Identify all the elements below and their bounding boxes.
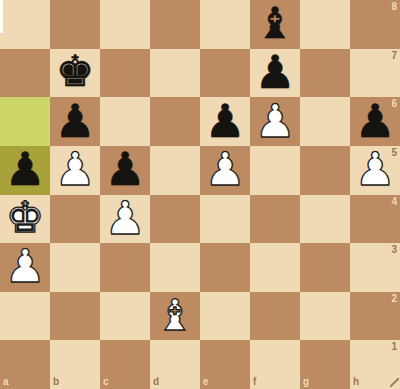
square-h4[interactable]: 4 <box>350 195 400 244</box>
square-f1[interactable]: f <box>250 340 300 389</box>
board-resize-handle-icon[interactable] <box>390 378 399 387</box>
square-a2[interactable] <box>0 292 50 341</box>
file-label-b: b <box>53 377 59 387</box>
square-a8[interactable] <box>0 0 50 49</box>
square-d3[interactable] <box>150 243 200 292</box>
rank-label-7: 7 <box>391 51 397 61</box>
square-g7[interactable] <box>300 49 350 98</box>
square-d2[interactable]: ♝ <box>150 292 200 341</box>
square-e8[interactable] <box>200 0 250 49</box>
square-d5[interactable] <box>150 146 200 195</box>
piece-white-pawn[interactable]: ♟ <box>204 146 245 192</box>
square-f2[interactable] <box>250 292 300 341</box>
piece-black-pawn[interactable]: ♟ <box>54 98 95 144</box>
square-a7[interactable] <box>0 49 50 98</box>
square-e1[interactable]: e <box>200 340 250 389</box>
square-f4[interactable] <box>250 195 300 244</box>
piece-white-pawn[interactable]: ♟ <box>4 243 45 289</box>
piece-black-pawn[interactable]: ♟ <box>4 146 45 192</box>
square-g3[interactable] <box>300 243 350 292</box>
square-c2[interactable] <box>100 292 150 341</box>
square-c8[interactable] <box>100 0 150 49</box>
chess-board: ♝8♚♟7♟♟♟6♟♟♟♟♟5♟♚♟4♟3♝2abcdefg1h <box>0 0 400 389</box>
piece-white-pawn[interactable]: ♟ <box>254 98 295 144</box>
square-e7[interactable] <box>200 49 250 98</box>
square-b6[interactable]: ♟ <box>50 97 100 146</box>
file-label-e: e <box>203 377 209 387</box>
file-label-f: f <box>253 377 256 387</box>
square-c6[interactable] <box>100 97 150 146</box>
piece-black-bishop[interactable]: ♝ <box>256 2 295 45</box>
piece-white-pawn[interactable]: ♟ <box>104 195 145 241</box>
square-d7[interactable] <box>150 49 200 98</box>
square-f7[interactable]: ♟ <box>250 49 300 98</box>
square-d4[interactable] <box>150 195 200 244</box>
file-label-a: a <box>3 377 9 387</box>
square-g2[interactable] <box>300 292 350 341</box>
square-a1[interactable]: a <box>0 340 50 389</box>
screen-left-edge-artifact <box>0 0 3 33</box>
rank-label-1: 1 <box>391 342 397 352</box>
piece-black-pawn[interactable]: ♟ <box>354 98 395 144</box>
square-a4[interactable]: ♚ <box>0 195 50 244</box>
square-d1[interactable]: d <box>150 340 200 389</box>
piece-black-king[interactable]: ♚ <box>56 50 95 93</box>
square-a3[interactable]: ♟ <box>0 243 50 292</box>
piece-black-pawn[interactable]: ♟ <box>204 98 245 144</box>
square-f6[interactable]: ♟ <box>250 97 300 146</box>
square-b7[interactable]: ♚ <box>50 49 100 98</box>
file-label-g: g <box>303 377 309 387</box>
file-label-h: h <box>353 377 359 387</box>
piece-white-pawn[interactable]: ♟ <box>54 146 95 192</box>
square-a5[interactable]: ♟ <box>0 146 50 195</box>
file-label-c: c <box>103 377 109 387</box>
square-g8[interactable] <box>300 0 350 49</box>
square-b8[interactable] <box>50 0 100 49</box>
square-e2[interactable] <box>200 292 250 341</box>
square-e4[interactable] <box>200 195 250 244</box>
piece-white-king[interactable]: ♚ <box>6 196 45 239</box>
square-h6[interactable]: 6♟ <box>350 97 400 146</box>
square-b4[interactable] <box>50 195 100 244</box>
square-c7[interactable] <box>100 49 150 98</box>
square-d6[interactable] <box>150 97 200 146</box>
square-f8[interactable]: ♝ <box>250 0 300 49</box>
square-d8[interactable] <box>150 0 200 49</box>
square-e3[interactable] <box>200 243 250 292</box>
square-b3[interactable] <box>50 243 100 292</box>
square-h3[interactable]: 3 <box>350 243 400 292</box>
piece-white-pawn[interactable]: ♟ <box>354 146 395 192</box>
square-b2[interactable] <box>50 292 100 341</box>
square-e5[interactable]: ♟ <box>200 146 250 195</box>
square-h2[interactable]: 2 <box>350 292 400 341</box>
square-c3[interactable] <box>100 243 150 292</box>
square-h5[interactable]: 5♟ <box>350 146 400 195</box>
rank-label-2: 2 <box>391 294 397 304</box>
square-c5[interactable]: ♟ <box>100 146 150 195</box>
square-e6[interactable]: ♟ <box>200 97 250 146</box>
piece-white-bishop[interactable]: ♝ <box>156 294 195 337</box>
piece-black-pawn[interactable]: ♟ <box>254 49 295 95</box>
square-b1[interactable]: b <box>50 340 100 389</box>
square-c1[interactable]: c <box>100 340 150 389</box>
rank-label-4: 4 <box>391 197 397 207</box>
square-a6[interactable] <box>0 97 50 146</box>
square-f3[interactable] <box>250 243 300 292</box>
square-c4[interactable]: ♟ <box>100 195 150 244</box>
square-g6[interactable] <box>300 97 350 146</box>
file-label-d: d <box>153 377 159 387</box>
rank-label-3: 3 <box>391 245 397 255</box>
square-g1[interactable]: g <box>300 340 350 389</box>
square-h7[interactable]: 7 <box>350 49 400 98</box>
square-b5[interactable]: ♟ <box>50 146 100 195</box>
square-f5[interactable] <box>250 146 300 195</box>
square-g4[interactable] <box>300 195 350 244</box>
square-h8[interactable]: 8 <box>350 0 400 49</box>
piece-black-pawn[interactable]: ♟ <box>104 146 145 192</box>
square-g5[interactable] <box>300 146 350 195</box>
rank-label-8: 8 <box>391 2 397 12</box>
